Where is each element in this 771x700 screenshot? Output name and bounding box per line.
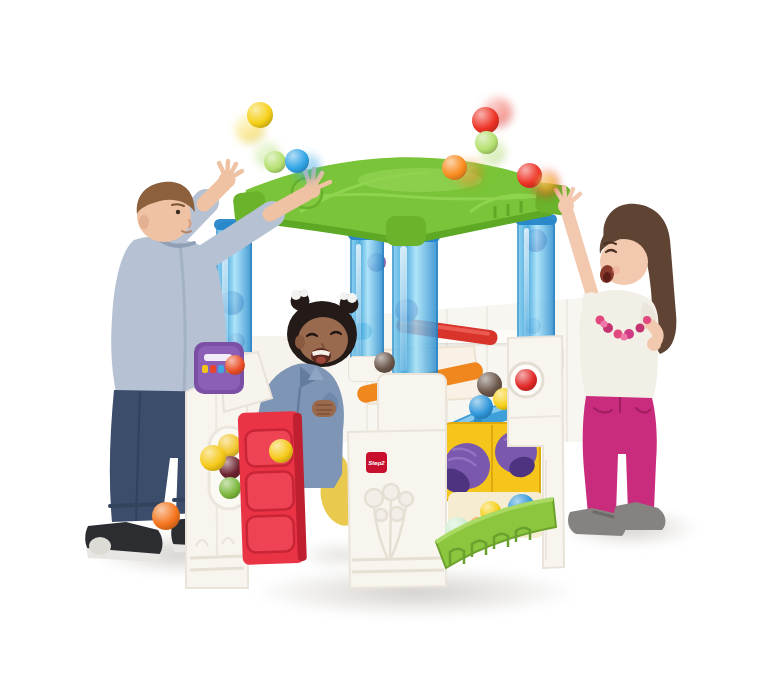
ball-floor-orange xyxy=(152,502,180,530)
roof-round-emboss xyxy=(292,178,322,208)
spinner-balls[interactable] xyxy=(0,0,771,700)
blue-rail xyxy=(329,322,373,343)
column-back xyxy=(350,232,384,380)
ball-air-yellow xyxy=(247,102,273,128)
girl-right-pants xyxy=(583,396,657,514)
ball-air-yellow-blur xyxy=(537,173,557,193)
ball-air-orange xyxy=(442,155,467,180)
purple-chute-left xyxy=(444,443,490,489)
ball-trail xyxy=(236,115,264,143)
ball-air-red xyxy=(472,107,499,134)
girl-right-hair xyxy=(603,204,676,354)
ball-track xyxy=(0,0,771,700)
mailbox-letter xyxy=(210,365,216,373)
balls-in-columns xyxy=(0,0,771,700)
window-sill xyxy=(418,330,550,343)
ball-track-blue xyxy=(469,395,493,419)
ball-column-purple-left xyxy=(228,333,245,350)
ball-spinner-yellow[interactable] xyxy=(218,434,241,457)
ball-column-purple-right xyxy=(524,229,547,252)
roof-corner-right xyxy=(534,182,572,216)
ball-air-blue xyxy=(285,149,309,173)
roof-corner-left xyxy=(232,190,267,225)
interior-ramps xyxy=(0,0,771,700)
girl-center-knee xyxy=(315,462,369,529)
boy-shoe-right xyxy=(171,516,250,550)
hair-bobble xyxy=(291,290,301,300)
girl-right-shoe-left xyxy=(568,508,625,536)
column-right-collar xyxy=(510,344,564,372)
playhouse-back xyxy=(0,0,771,700)
ball-trail xyxy=(455,159,482,186)
flower-emboss xyxy=(365,484,413,560)
roof-corner-front xyxy=(386,216,426,246)
boy-shadow xyxy=(92,532,272,576)
yellow-panel xyxy=(443,423,540,501)
door-panel xyxy=(246,471,294,511)
girl-center-denim-jacket xyxy=(257,364,344,488)
red-ramp xyxy=(395,317,498,346)
product-photo-stage: Step2 xyxy=(0,0,771,700)
ball-track-yellow xyxy=(493,388,515,410)
step2-logo: Step2 xyxy=(366,452,387,473)
mailbox-letter xyxy=(218,365,224,373)
boy-jeans xyxy=(110,390,231,522)
girl-right-hand xyxy=(558,198,574,214)
doorway-shadow xyxy=(296,540,386,570)
ball-pit-fence xyxy=(0,0,771,700)
girl-center-mouth xyxy=(311,348,331,364)
boy-left-sleeve xyxy=(152,202,206,258)
playhouse-door[interactable] xyxy=(0,0,771,700)
spinner-housing xyxy=(209,427,249,509)
girl-right-raised-arm xyxy=(568,214,592,294)
girl-center-hand xyxy=(0,0,771,700)
ball-column-purple-front xyxy=(395,299,418,322)
boy-hair xyxy=(137,182,195,214)
floor-shadows xyxy=(0,0,771,700)
boy-mouth xyxy=(182,231,191,233)
boy-left-hand xyxy=(219,172,236,189)
girl-right-shoe-right xyxy=(614,502,665,530)
child-girl-center xyxy=(0,0,771,700)
roof-front-edge-right xyxy=(414,212,551,240)
right-pillar xyxy=(0,0,771,700)
ball-interior-dark-2 xyxy=(374,352,395,373)
canopy-columns xyxy=(0,0,771,700)
track-band xyxy=(442,404,547,438)
ball-trail xyxy=(532,170,559,197)
ball-pit-floor xyxy=(448,492,544,538)
girl-right-face xyxy=(600,239,648,285)
ball-holder-ring xyxy=(509,363,543,397)
column-right xyxy=(517,217,555,349)
ball-column-purple-back xyxy=(367,253,386,272)
house-shadow xyxy=(250,566,580,618)
girl-center-face xyxy=(298,317,348,363)
pillar-top-step xyxy=(378,374,446,436)
ball-air-lightgreen xyxy=(475,131,498,154)
ball-post-yellow xyxy=(200,445,226,471)
pillar-body xyxy=(348,430,446,588)
front-pillar xyxy=(0,0,771,700)
ball-door-knob-yellow xyxy=(269,439,293,463)
ball-hopper xyxy=(220,352,272,412)
canopy-roof xyxy=(0,0,771,700)
ball-trail xyxy=(255,142,279,166)
ball-spinner-maroon[interactable] xyxy=(219,456,242,479)
boy-right-hand xyxy=(304,182,321,199)
girl-right-shadow xyxy=(560,508,700,548)
boy-collar xyxy=(160,240,194,246)
balls-flying xyxy=(0,0,771,700)
column-back-collar xyxy=(348,356,390,382)
ball-holder-red xyxy=(515,369,537,391)
roof-front-edge-left xyxy=(252,219,392,240)
girl-right-tee xyxy=(580,290,659,402)
boy-right-sleeve xyxy=(198,214,272,262)
girl-center-hair xyxy=(287,301,357,367)
balls-in-pit xyxy=(0,0,771,700)
roof-ribs xyxy=(495,201,521,218)
column-front xyxy=(392,234,438,380)
mailbox-letter xyxy=(202,365,208,373)
pompom-necklace xyxy=(596,316,652,341)
orange-ramp xyxy=(356,361,485,404)
door-panel xyxy=(246,515,294,553)
boy-ear xyxy=(139,215,149,229)
mailbox-letter xyxy=(226,365,232,373)
back-wall xyxy=(328,298,586,442)
girl-center-sleeve xyxy=(320,392,338,416)
girl-right-mouth xyxy=(599,264,616,284)
ball-column-blue-right xyxy=(525,318,541,334)
ball-spinner-green[interactable] xyxy=(219,477,241,499)
activity-panel xyxy=(0,0,771,700)
ball-air-green xyxy=(264,151,286,173)
ball-column-navy xyxy=(220,291,244,315)
child-girl-right xyxy=(0,0,771,700)
ball-trail xyxy=(483,98,512,127)
boy-face xyxy=(137,190,191,242)
ball-air-red-2 xyxy=(517,163,542,188)
girl-center-eyes xyxy=(307,332,341,336)
ramp-deck xyxy=(368,346,480,404)
mailbox-letters xyxy=(202,365,238,374)
door-body[interactable] xyxy=(238,411,305,565)
balls-front xyxy=(0,0,771,700)
left-post xyxy=(0,0,771,700)
girl-right-eye xyxy=(606,250,616,252)
interior-left-wall xyxy=(246,336,332,422)
balls-on-track xyxy=(0,0,771,700)
ball-trail xyxy=(294,154,320,180)
girl-right-arm xyxy=(650,324,658,342)
left-post-body xyxy=(186,385,248,588)
mailbox-slot xyxy=(204,354,232,361)
door-panel xyxy=(245,429,292,467)
roof-top xyxy=(243,157,560,242)
hair-bobble xyxy=(347,293,357,303)
child-boy-left xyxy=(0,0,771,700)
boy-shoe-left xyxy=(85,522,162,556)
balls-interior xyxy=(0,0,771,700)
purple-chute-right xyxy=(495,431,537,473)
ball-trail xyxy=(480,140,505,165)
boy-eye xyxy=(176,210,180,214)
ball-interior-dark-1 xyxy=(477,372,502,397)
